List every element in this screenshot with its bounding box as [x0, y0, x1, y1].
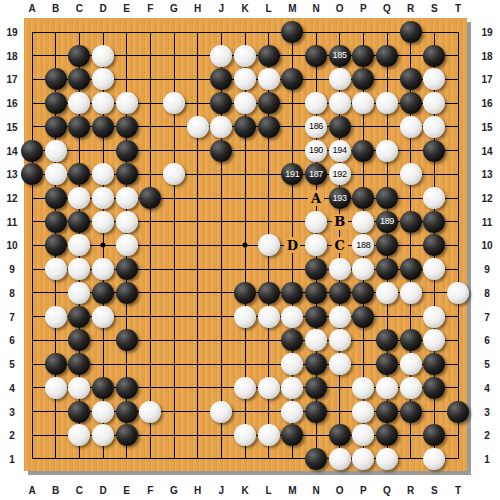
stone-white: [68, 234, 90, 256]
stone-black: [447, 401, 469, 423]
page: 185186190194191187192193189188ABCD AABBC…: [0, 0, 500, 500]
stone-white: [329, 306, 351, 328]
move-number: 189: [380, 217, 394, 226]
row-label-right: 15: [481, 121, 492, 132]
col-label-bottom: O: [336, 485, 344, 496]
stone-black: [45, 353, 67, 375]
stone-black: [116, 258, 138, 280]
grid-line-vertical: [458, 32, 459, 460]
col-label-top: H: [194, 3, 201, 14]
row-label-right: 4: [484, 382, 490, 393]
stone-black: [68, 211, 90, 233]
letter-annotation-A[interactable]: A: [308, 190, 324, 206]
stone-black: [45, 92, 67, 114]
stone-white: [423, 329, 445, 351]
row-label-left: 18: [6, 50, 17, 61]
stone-black: [352, 45, 374, 67]
stone-black: [376, 401, 398, 423]
stone-black: [376, 353, 398, 375]
stone-white: [45, 140, 67, 162]
row-label-left: 2: [9, 430, 15, 441]
stone-white: [305, 234, 327, 256]
letter-annotation-B[interactable]: B: [332, 214, 348, 230]
stone-black: [400, 92, 422, 114]
stone-black: [45, 187, 67, 209]
stone-white-move-188: 188: [352, 234, 374, 256]
stone-white: [139, 401, 161, 423]
stone-white: [234, 377, 256, 399]
stone-black: [352, 140, 374, 162]
stone-black: [68, 68, 90, 90]
stone-black: [423, 234, 445, 256]
star-point: [243, 243, 248, 248]
stone-black: [305, 448, 327, 470]
row-label-left: 7: [9, 311, 15, 322]
stone-black: [210, 140, 232, 162]
stone-black: [400, 258, 422, 280]
col-label-bottom: T: [455, 485, 461, 496]
stone-white: [92, 211, 114, 233]
stone-white: [376, 282, 398, 304]
row-label-right: 8: [484, 287, 490, 298]
row-label-left: 1: [9, 453, 15, 464]
stone-black: [305, 377, 327, 399]
stone-white: [45, 306, 67, 328]
stone-black: [352, 187, 374, 209]
stone-white: [68, 258, 90, 280]
col-label-top: M: [288, 3, 296, 14]
stone-black: [281, 21, 303, 43]
row-label-right: 5: [484, 359, 490, 370]
stone-white: [163, 163, 185, 185]
row-label-left: 3: [9, 406, 15, 417]
stone-white-move-194: 194: [329, 140, 351, 162]
stone-black: [21, 140, 43, 162]
stone-white: [187, 116, 209, 138]
stone-black: [45, 211, 67, 233]
stone-black: [116, 282, 138, 304]
stone-white: [423, 92, 445, 114]
stone-white: [423, 187, 445, 209]
stone-white: [400, 163, 422, 185]
stone-black: [400, 401, 422, 423]
stone-black: [376, 45, 398, 67]
stone-black: [68, 116, 90, 138]
col-label-bottom: J: [219, 485, 225, 496]
col-label-top: F: [147, 3, 153, 14]
stone-white: [92, 163, 114, 185]
col-label-top: B: [52, 3, 59, 14]
stone-white: [400, 377, 422, 399]
stone-white: [234, 92, 256, 114]
stone-black-move-193: 193: [329, 187, 351, 209]
row-label-right: 16: [481, 98, 492, 109]
stone-white: [305, 211, 327, 233]
stone-black: [45, 116, 67, 138]
stone-black: [376, 234, 398, 256]
col-label-bottom: B: [52, 485, 59, 496]
stone-black: [329, 282, 351, 304]
stone-black: [210, 92, 232, 114]
stone-black: [400, 211, 422, 233]
col-label-bottom: E: [123, 485, 130, 496]
letter-annotation-C[interactable]: C: [332, 237, 348, 253]
star-point: [101, 243, 106, 248]
row-label-right: 12: [481, 193, 492, 204]
move-number: 185: [333, 51, 347, 60]
row-label-right: 7: [484, 311, 490, 322]
stone-white: [92, 424, 114, 446]
row-label-left: 9: [9, 264, 15, 275]
stone-white: [376, 92, 398, 114]
move-number: 188: [356, 241, 370, 250]
col-label-top: K: [241, 3, 248, 14]
col-label-top: Q: [383, 3, 391, 14]
stone-white: [329, 92, 351, 114]
stone-black-move-189: 189: [376, 211, 398, 233]
stone-white: [329, 258, 351, 280]
stone-white: [210, 45, 232, 67]
stone-black: [68, 306, 90, 328]
stone-white: [305, 329, 327, 351]
col-label-top: D: [99, 3, 106, 14]
row-label-left: 10: [6, 240, 17, 251]
col-label-bottom: A: [28, 485, 35, 496]
stone-white: [352, 448, 374, 470]
stone-white: [92, 306, 114, 328]
stone-black: [423, 377, 445, 399]
row-label-left: 6: [9, 335, 15, 346]
row-label-right: 18: [481, 50, 492, 61]
stone-white: [258, 234, 280, 256]
stone-white: [423, 448, 445, 470]
stone-black: [234, 282, 256, 304]
stone-white: [400, 116, 422, 138]
stone-black: [281, 329, 303, 351]
stone-white: [281, 306, 303, 328]
stone-black: [376, 424, 398, 446]
col-label-top: G: [170, 3, 178, 14]
row-label-right: 1: [484, 453, 490, 464]
stone-black: [68, 353, 90, 375]
row-label-left: 13: [6, 169, 17, 180]
stone-black: [305, 45, 327, 67]
move-number: 194: [333, 146, 347, 155]
stone-white: [68, 92, 90, 114]
stone-white: [352, 424, 374, 446]
stone-white: [400, 282, 422, 304]
stone-white: [234, 45, 256, 67]
row-label-right: 17: [481, 74, 492, 85]
stone-black: [329, 116, 351, 138]
stone-black: [305, 306, 327, 328]
stone-black: [116, 163, 138, 185]
stone-white: [447, 282, 469, 304]
col-label-bottom: H: [194, 485, 201, 496]
stone-black: [45, 234, 67, 256]
row-label-right: 14: [481, 145, 492, 156]
row-label-left: 16: [6, 98, 17, 109]
move-number: 186: [309, 122, 323, 131]
stone-black: [352, 306, 374, 328]
move-number: 192: [333, 170, 347, 179]
stone-black: [45, 68, 67, 90]
stone-white: [45, 377, 67, 399]
col-label-bottom: L: [266, 485, 272, 496]
stone-white: [305, 92, 327, 114]
stone-black: [305, 353, 327, 375]
stone-black: [305, 401, 327, 423]
stone-black-move-185: 185: [329, 45, 351, 67]
stone-white: [352, 401, 374, 423]
stone-black: [116, 401, 138, 423]
stone-white: [329, 448, 351, 470]
row-label-right: 19: [481, 27, 492, 38]
stone-white-move-192: 192: [329, 163, 351, 185]
stone-black: [423, 353, 445, 375]
stone-white: [92, 187, 114, 209]
col-label-top: E: [123, 3, 130, 14]
stone-white: [258, 377, 280, 399]
row-label-left: 17: [6, 74, 17, 85]
stone-black: [281, 68, 303, 90]
go-board[interactable]: 185186190194191187192193189188ABCD: [24, 18, 467, 471]
stone-white: [68, 282, 90, 304]
row-label-right: 3: [484, 406, 490, 417]
stone-black: [400, 329, 422, 351]
stone-white: [68, 377, 90, 399]
row-label-left: 5: [9, 359, 15, 370]
stone-white: [423, 306, 445, 328]
row-label-left: 19: [6, 27, 17, 38]
stone-white: [210, 116, 232, 138]
stone-white: [352, 92, 374, 114]
stone-black: [116, 140, 138, 162]
stone-white: [116, 187, 138, 209]
stone-white: [92, 401, 114, 423]
row-label-left: 8: [9, 287, 15, 298]
stone-black: [21, 163, 43, 185]
stone-white: [258, 306, 280, 328]
stone-white: [68, 187, 90, 209]
col-label-bottom: M: [288, 485, 296, 496]
stone-white: [376, 140, 398, 162]
row-label-right: 2: [484, 430, 490, 441]
col-label-bottom: F: [147, 485, 153, 496]
move-number: 190: [309, 146, 323, 155]
stone-white: [92, 92, 114, 114]
stone-black: [376, 329, 398, 351]
col-label-top: O: [336, 3, 344, 14]
col-label-bottom: G: [170, 485, 178, 496]
stone-black: [139, 187, 161, 209]
col-label-top: J: [219, 3, 225, 14]
move-number: 187: [309, 170, 323, 179]
stone-black: [423, 140, 445, 162]
stone-white: [45, 258, 67, 280]
stone-black: [258, 92, 280, 114]
stone-black: [423, 424, 445, 446]
col-label-top: A: [28, 3, 35, 14]
row-label-right: 11: [482, 216, 493, 227]
stone-black: [400, 21, 422, 43]
stone-white: [352, 377, 374, 399]
stone-white: [163, 92, 185, 114]
stone-white: [68, 424, 90, 446]
stone-white: [258, 68, 280, 90]
row-label-right: 6: [484, 335, 490, 346]
row-label-left: 4: [9, 382, 15, 393]
stone-black: [234, 116, 256, 138]
col-label-bottom: R: [407, 485, 414, 496]
stone-white: [376, 377, 398, 399]
stone-black: [305, 258, 327, 280]
stone-white: [352, 258, 374, 280]
stone-white: [352, 211, 374, 233]
stone-white: [329, 329, 351, 351]
row-label-left: 11: [7, 216, 18, 227]
col-label-bottom: C: [76, 485, 83, 496]
stone-black: [210, 68, 232, 90]
stone-black: [305, 282, 327, 304]
stone-white: [400, 353, 422, 375]
col-label-bottom: S: [431, 485, 438, 496]
row-label-left: 12: [6, 193, 17, 204]
stone-black: [352, 68, 374, 90]
stone-black: [281, 424, 303, 446]
col-label-bottom: D: [99, 485, 106, 496]
stone-black: [352, 282, 374, 304]
stone-white: [329, 353, 351, 375]
stone-black: [92, 282, 114, 304]
row-label-left: 15: [6, 121, 17, 132]
stone-black: [116, 329, 138, 351]
stone-white: [423, 258, 445, 280]
stone-white: [281, 401, 303, 423]
stone-black: [258, 116, 280, 138]
col-label-top: L: [266, 3, 272, 14]
stone-black: [258, 45, 280, 67]
letter-annotation-D[interactable]: D: [284, 237, 300, 253]
col-label-top: T: [455, 3, 461, 14]
row-label-right: 9: [484, 264, 490, 275]
stone-white: [45, 163, 67, 185]
stone-white-move-186: 186: [305, 116, 327, 138]
stone-white: [329, 68, 351, 90]
stone-white: [423, 116, 445, 138]
stone-white: [116, 234, 138, 256]
stone-black: [116, 377, 138, 399]
col-label-top: P: [360, 3, 367, 14]
stone-white: [281, 353, 303, 375]
stone-black: [68, 45, 90, 67]
stone-black: [329, 424, 351, 446]
stone-black: [423, 45, 445, 67]
stone-black: [68, 401, 90, 423]
stone-black: [400, 68, 422, 90]
stone-white: [92, 68, 114, 90]
stone-black: [376, 258, 398, 280]
col-label-bottom: N: [312, 485, 319, 496]
row-label-left: 14: [6, 145, 17, 156]
col-label-top: R: [407, 3, 414, 14]
col-label-bottom: Q: [383, 485, 391, 496]
stone-white: [234, 306, 256, 328]
stone-black: [281, 282, 303, 304]
col-label-top: N: [312, 3, 319, 14]
move-number: 193: [333, 194, 347, 203]
col-label-bottom: K: [241, 485, 248, 496]
stone-white: [92, 45, 114, 67]
stone-black: [423, 211, 445, 233]
stone-black-move-187: 187: [305, 163, 327, 185]
stone-white: [116, 92, 138, 114]
stone-white: [281, 377, 303, 399]
stone-black-move-191: 191: [281, 163, 303, 185]
stone-black: [92, 116, 114, 138]
stone-white: [423, 68, 445, 90]
stone-black: [92, 377, 114, 399]
stone-white: [258, 424, 280, 446]
stone-white: [376, 448, 398, 470]
stone-black: [258, 282, 280, 304]
stone-black: [68, 163, 90, 185]
stone-white: [92, 258, 114, 280]
stone-black: [376, 187, 398, 209]
stone-white: [234, 424, 256, 446]
move-number: 191: [285, 170, 299, 179]
stone-white: [234, 68, 256, 90]
stone-black: [116, 116, 138, 138]
col-label-top: C: [76, 3, 83, 14]
stone-white: [116, 211, 138, 233]
col-label-top: S: [431, 3, 438, 14]
stone-black: [68, 329, 90, 351]
row-label-right: 13: [481, 169, 492, 180]
stone-black: [116, 424, 138, 446]
row-label-right: 10: [481, 240, 492, 251]
col-label-bottom: P: [360, 485, 367, 496]
stone-white-move-190: 190: [305, 140, 327, 162]
stone-white: [210, 401, 232, 423]
